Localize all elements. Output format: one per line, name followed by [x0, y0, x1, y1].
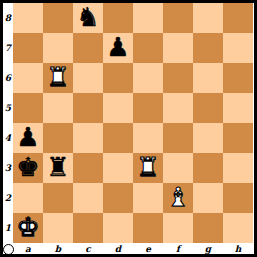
rank-label-4: 4	[3, 123, 13, 153]
square-d2[interactable]	[103, 183, 133, 213]
square-f6[interactable]	[163, 63, 193, 93]
black-pawn-a4[interactable]: ♟	[13, 123, 43, 153]
square-f8[interactable]	[163, 3, 193, 33]
square-c6[interactable]	[73, 63, 103, 93]
square-h3[interactable]	[223, 153, 253, 183]
square-g5[interactable]	[193, 93, 223, 123]
rank-label-3: 3	[3, 153, 13, 183]
square-f2[interactable]: ♝	[163, 183, 193, 213]
square-d6[interactable]	[103, 63, 133, 93]
square-b6[interactable]: ♜	[43, 63, 73, 93]
rank-label-8: 8	[3, 3, 13, 33]
square-c8[interactable]: ♞	[73, 3, 103, 33]
square-d5[interactable]	[103, 93, 133, 123]
square-f1[interactable]	[163, 213, 193, 243]
square-h7[interactable]	[223, 33, 253, 63]
square-h4[interactable]	[223, 123, 253, 153]
square-f5[interactable]	[163, 93, 193, 123]
square-e2[interactable]	[133, 183, 163, 213]
square-d4[interactable]	[103, 123, 133, 153]
square-g1[interactable]	[193, 213, 223, 243]
white-king-a1[interactable]: ♚	[13, 213, 43, 243]
square-e1[interactable]	[133, 213, 163, 243]
square-g8[interactable]	[193, 3, 223, 33]
square-a6[interactable]	[13, 63, 43, 93]
file-labels: abcdefgh	[13, 243, 253, 254]
black-pawn-d7[interactable]: ♟	[103, 33, 133, 63]
rank-label-6: 6	[3, 63, 13, 93]
rank-label-1: 1	[3, 213, 13, 243]
square-a4[interactable]: ♟	[13, 123, 43, 153]
square-f3[interactable]	[163, 153, 193, 183]
file-label-g: g	[193, 243, 223, 254]
file-label-h: h	[223, 243, 253, 254]
square-g4[interactable]	[193, 123, 223, 153]
rank-label-2: 2	[3, 183, 13, 213]
square-e7[interactable]	[133, 33, 163, 63]
chess-diagram: 87654321 ♞♟♜♟♚♜♜♝♚ abcdefgh	[0, 0, 257, 257]
square-a8[interactable]	[13, 3, 43, 33]
square-g6[interactable]	[193, 63, 223, 93]
square-b4[interactable]	[43, 123, 73, 153]
square-d3[interactable]	[103, 153, 133, 183]
square-e8[interactable]	[133, 3, 163, 33]
square-b5[interactable]	[43, 93, 73, 123]
board: ♞♟♜♟♚♜♜♝♚	[13, 3, 253, 243]
square-c7[interactable]	[73, 33, 103, 63]
square-b3[interactable]: ♜	[43, 153, 73, 183]
square-e4[interactable]	[133, 123, 163, 153]
square-b8[interactable]	[43, 3, 73, 33]
square-a7[interactable]	[13, 33, 43, 63]
square-c4[interactable]	[73, 123, 103, 153]
square-f4[interactable]	[163, 123, 193, 153]
square-c3[interactable]	[73, 153, 103, 183]
file-label-e: e	[133, 243, 163, 254]
square-h2[interactable]	[223, 183, 253, 213]
file-label-f: f	[163, 243, 193, 254]
file-label-b: b	[43, 243, 73, 254]
square-h6[interactable]	[223, 63, 253, 93]
square-c1[interactable]	[73, 213, 103, 243]
square-c2[interactable]	[73, 183, 103, 213]
square-a1[interactable]: ♚	[13, 213, 43, 243]
rank-label-5: 5	[3, 93, 13, 123]
black-king-a3[interactable]: ♚	[13, 153, 43, 183]
rank-labels: 87654321	[3, 3, 13, 243]
square-a2[interactable]	[13, 183, 43, 213]
square-a3[interactable]: ♚	[13, 153, 43, 183]
square-b2[interactable]	[43, 183, 73, 213]
white-rook-b6[interactable]: ♜	[43, 63, 73, 93]
square-e6[interactable]	[133, 63, 163, 93]
white-to-move-indicator	[3, 244, 14, 255]
square-c5[interactable]	[73, 93, 103, 123]
file-label-d: d	[103, 243, 133, 254]
square-g3[interactable]	[193, 153, 223, 183]
white-bishop-f2[interactable]: ♝	[163, 183, 193, 213]
file-label-c: c	[73, 243, 103, 254]
black-rook-b3[interactable]: ♜	[43, 153, 73, 183]
square-h5[interactable]	[223, 93, 253, 123]
square-d1[interactable]	[103, 213, 133, 243]
black-knight-c8[interactable]: ♞	[73, 3, 103, 33]
square-b1[interactable]	[43, 213, 73, 243]
file-label-a: a	[13, 243, 43, 254]
square-h1[interactable]	[223, 213, 253, 243]
square-d8[interactable]	[103, 3, 133, 33]
square-g2[interactable]	[193, 183, 223, 213]
white-rook-e3[interactable]: ♜	[133, 153, 163, 183]
square-a5[interactable]	[13, 93, 43, 123]
square-e5[interactable]	[133, 93, 163, 123]
square-g7[interactable]	[193, 33, 223, 63]
square-f7[interactable]	[163, 33, 193, 63]
square-d7[interactable]: ♟	[103, 33, 133, 63]
square-h8[interactable]	[223, 3, 253, 33]
square-e3[interactable]: ♜	[133, 153, 163, 183]
rank-label-7: 7	[3, 33, 13, 63]
square-b7[interactable]	[43, 33, 73, 63]
